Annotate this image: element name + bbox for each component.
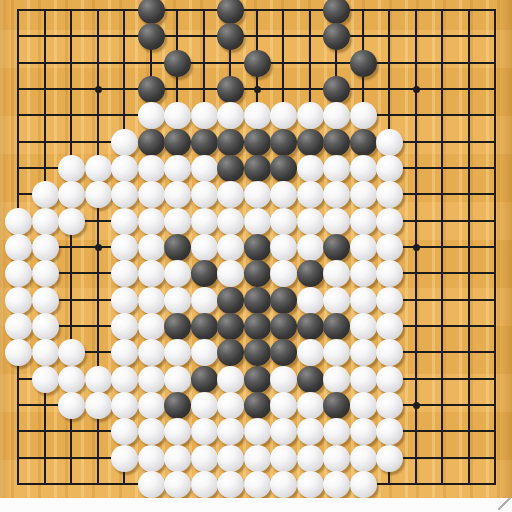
- black-stone: [323, 313, 350, 340]
- black-stone: [244, 260, 271, 287]
- black-stone: [138, 23, 165, 50]
- white-stone: [270, 234, 297, 261]
- white-stone: [85, 392, 112, 419]
- white-stone: [138, 287, 165, 314]
- white-stone: [5, 208, 32, 235]
- white-stone: [376, 208, 403, 235]
- white-stone: [164, 155, 191, 182]
- white-stone: [350, 392, 377, 419]
- white-stone: [217, 366, 244, 393]
- black-stone: [297, 260, 324, 287]
- white-stone: [376, 260, 403, 287]
- black-stone: [244, 129, 271, 156]
- white-stone: [297, 471, 324, 498]
- white-stone: [270, 260, 297, 287]
- black-stone: [138, 76, 165, 103]
- white-stone: [58, 392, 85, 419]
- white-stone: [217, 471, 244, 498]
- white-stone: [164, 418, 191, 445]
- white-stone: [297, 392, 324, 419]
- white-stone: [111, 287, 138, 314]
- white-stone: [323, 471, 350, 498]
- white-stone: [376, 418, 403, 445]
- white-stone: [32, 313, 59, 340]
- black-stone: [164, 234, 191, 261]
- white-stone: [297, 418, 324, 445]
- white-stone: [244, 208, 271, 235]
- white-stone: [217, 260, 244, 287]
- star-point: [413, 402, 420, 409]
- white-stone: [323, 260, 350, 287]
- black-stone: [244, 287, 271, 314]
- white-stone: [323, 339, 350, 366]
- white-stone: [350, 313, 377, 340]
- black-stone: [297, 366, 324, 393]
- white-stone: [32, 234, 59, 261]
- white-stone: [217, 392, 244, 419]
- black-stone: [270, 313, 297, 340]
- white-stone: [297, 339, 324, 366]
- black-stone: [323, 23, 350, 50]
- black-stone: [217, 313, 244, 340]
- white-stone: [5, 260, 32, 287]
- go-app-window: [0, 0, 512, 512]
- white-stone: [138, 392, 165, 419]
- black-stone: [217, 0, 244, 24]
- white-stone: [191, 155, 218, 182]
- white-stone: [32, 366, 59, 393]
- black-stone: [217, 339, 244, 366]
- white-stone: [138, 313, 165, 340]
- white-stone: [270, 445, 297, 472]
- white-stone: [85, 181, 112, 208]
- white-stone: [217, 208, 244, 235]
- black-stone: [297, 313, 324, 340]
- black-stone: [270, 129, 297, 156]
- white-stone: [111, 313, 138, 340]
- white-stone: [164, 445, 191, 472]
- white-stone: [376, 129, 403, 156]
- white-stone: [244, 181, 271, 208]
- white-stone: [376, 445, 403, 472]
- white-stone: [376, 287, 403, 314]
- white-stone: [244, 102, 271, 129]
- white-stone: [32, 339, 59, 366]
- white-stone: [270, 471, 297, 498]
- white-stone: [191, 445, 218, 472]
- black-stone: [138, 0, 165, 24]
- white-stone: [164, 339, 191, 366]
- white-stone: [323, 181, 350, 208]
- white-stone: [111, 181, 138, 208]
- white-stone: [350, 418, 377, 445]
- white-stone: [323, 102, 350, 129]
- white-stone: [58, 366, 85, 393]
- white-stone: [32, 260, 59, 287]
- white-stone: [58, 155, 85, 182]
- white-stone: [297, 102, 324, 129]
- white-stone: [164, 366, 191, 393]
- white-stone: [350, 102, 377, 129]
- white-stone: [323, 418, 350, 445]
- white-stone: [164, 287, 191, 314]
- black-stone: [217, 155, 244, 182]
- black-stone: [138, 129, 165, 156]
- white-stone: [58, 181, 85, 208]
- white-stone: [138, 208, 165, 235]
- white-stone: [111, 155, 138, 182]
- resize-handle-icon[interactable]: [498, 497, 511, 510]
- white-stone: [270, 208, 297, 235]
- white-stone: [376, 366, 403, 393]
- white-stone: [350, 339, 377, 366]
- black-stone: [244, 155, 271, 182]
- black-stone: [164, 392, 191, 419]
- white-stone: [244, 418, 271, 445]
- white-stone: [376, 313, 403, 340]
- white-stone: [164, 260, 191, 287]
- white-stone: [350, 260, 377, 287]
- white-stone: [350, 181, 377, 208]
- white-stone: [191, 287, 218, 314]
- black-stone: [244, 313, 271, 340]
- white-stone: [323, 208, 350, 235]
- white-stone: [323, 445, 350, 472]
- white-stone: [217, 181, 244, 208]
- star-point: [95, 86, 102, 93]
- white-stone: [297, 234, 324, 261]
- white-stone: [164, 102, 191, 129]
- black-stone: [244, 339, 271, 366]
- white-stone: [270, 392, 297, 419]
- grid-line: [468, 9, 470, 485]
- white-stone: [138, 471, 165, 498]
- white-stone: [350, 445, 377, 472]
- white-stone: [5, 287, 32, 314]
- white-stone: [58, 208, 85, 235]
- white-stone: [217, 445, 244, 472]
- star-point: [413, 86, 420, 93]
- white-stone: [191, 471, 218, 498]
- black-stone: [164, 129, 191, 156]
- black-stone: [217, 23, 244, 50]
- white-stone: [111, 366, 138, 393]
- white-stone: [111, 418, 138, 445]
- white-stone: [5, 339, 32, 366]
- star-point: [95, 244, 102, 251]
- white-stone: [376, 155, 403, 182]
- white-stone: [191, 392, 218, 419]
- white-stone: [164, 471, 191, 498]
- black-stone: [297, 129, 324, 156]
- white-stone: [138, 339, 165, 366]
- black-stone: [244, 50, 271, 77]
- white-stone: [323, 155, 350, 182]
- white-stone: [244, 445, 271, 472]
- white-stone: [85, 155, 112, 182]
- white-stone: [323, 366, 350, 393]
- black-stone: [244, 366, 271, 393]
- white-stone: [270, 366, 297, 393]
- white-stone: [111, 234, 138, 261]
- black-stone: [323, 234, 350, 261]
- black-stone: [270, 155, 297, 182]
- white-stone: [270, 418, 297, 445]
- white-stone: [138, 155, 165, 182]
- white-stone: [138, 260, 165, 287]
- white-stone: [191, 339, 218, 366]
- grid-line: [441, 9, 443, 485]
- white-stone: [297, 208, 324, 235]
- white-stone: [138, 445, 165, 472]
- white-stone: [111, 260, 138, 287]
- white-stone: [297, 155, 324, 182]
- black-stone: [191, 366, 218, 393]
- black-stone: [350, 50, 377, 77]
- white-stone: [191, 234, 218, 261]
- white-stone: [376, 181, 403, 208]
- white-stone: [191, 181, 218, 208]
- black-stone: [191, 129, 218, 156]
- white-stone: [138, 181, 165, 208]
- white-stone: [350, 155, 377, 182]
- white-stone: [350, 234, 377, 261]
- white-stone: [297, 287, 324, 314]
- white-stone: [350, 208, 377, 235]
- white-stone: [85, 366, 112, 393]
- white-stone: [58, 339, 85, 366]
- white-stone: [350, 366, 377, 393]
- black-stone: [350, 129, 377, 156]
- white-stone: [217, 234, 244, 261]
- white-stone: [191, 418, 218, 445]
- white-stone: [32, 287, 59, 314]
- black-stone: [217, 287, 244, 314]
- white-stone: [350, 471, 377, 498]
- white-stone: [111, 445, 138, 472]
- black-stone: [164, 50, 191, 77]
- white-stone: [191, 208, 218, 235]
- black-stone: [323, 76, 350, 103]
- black-stone: [244, 392, 271, 419]
- go-board[interactable]: [0, 0, 512, 498]
- white-stone: [323, 287, 350, 314]
- white-stone: [244, 471, 271, 498]
- white-stone: [32, 208, 59, 235]
- white-stone: [32, 181, 59, 208]
- white-stone: [297, 445, 324, 472]
- white-stone: [138, 366, 165, 393]
- white-stone: [217, 418, 244, 445]
- white-stone: [217, 102, 244, 129]
- white-stone: [376, 339, 403, 366]
- black-stone: [270, 339, 297, 366]
- white-stone: [350, 287, 377, 314]
- white-stone: [111, 392, 138, 419]
- grid-line: [494, 9, 496, 485]
- black-stone: [270, 287, 297, 314]
- black-stone: [191, 260, 218, 287]
- white-stone: [138, 418, 165, 445]
- white-stone: [111, 339, 138, 366]
- white-stone: [138, 234, 165, 261]
- black-stone: [323, 129, 350, 156]
- white-stone: [138, 102, 165, 129]
- black-stone: [244, 234, 271, 261]
- white-stone: [111, 208, 138, 235]
- black-stone: [217, 76, 244, 103]
- white-stone: [5, 234, 32, 261]
- white-stone: [297, 181, 324, 208]
- black-stone: [323, 0, 350, 24]
- white-stone: [164, 181, 191, 208]
- white-stone: [270, 102, 297, 129]
- white-stone: [376, 234, 403, 261]
- black-stone: [217, 129, 244, 156]
- white-stone: [376, 392, 403, 419]
- white-stone: [111, 129, 138, 156]
- white-stone: [164, 208, 191, 235]
- black-stone: [191, 313, 218, 340]
- white-stone: [270, 181, 297, 208]
- star-point: [413, 244, 420, 251]
- star-point: [254, 86, 261, 93]
- black-stone: [323, 392, 350, 419]
- white-stone: [191, 102, 218, 129]
- bottom-strip: [0, 498, 512, 512]
- white-stone: [5, 313, 32, 340]
- black-stone: [164, 313, 191, 340]
